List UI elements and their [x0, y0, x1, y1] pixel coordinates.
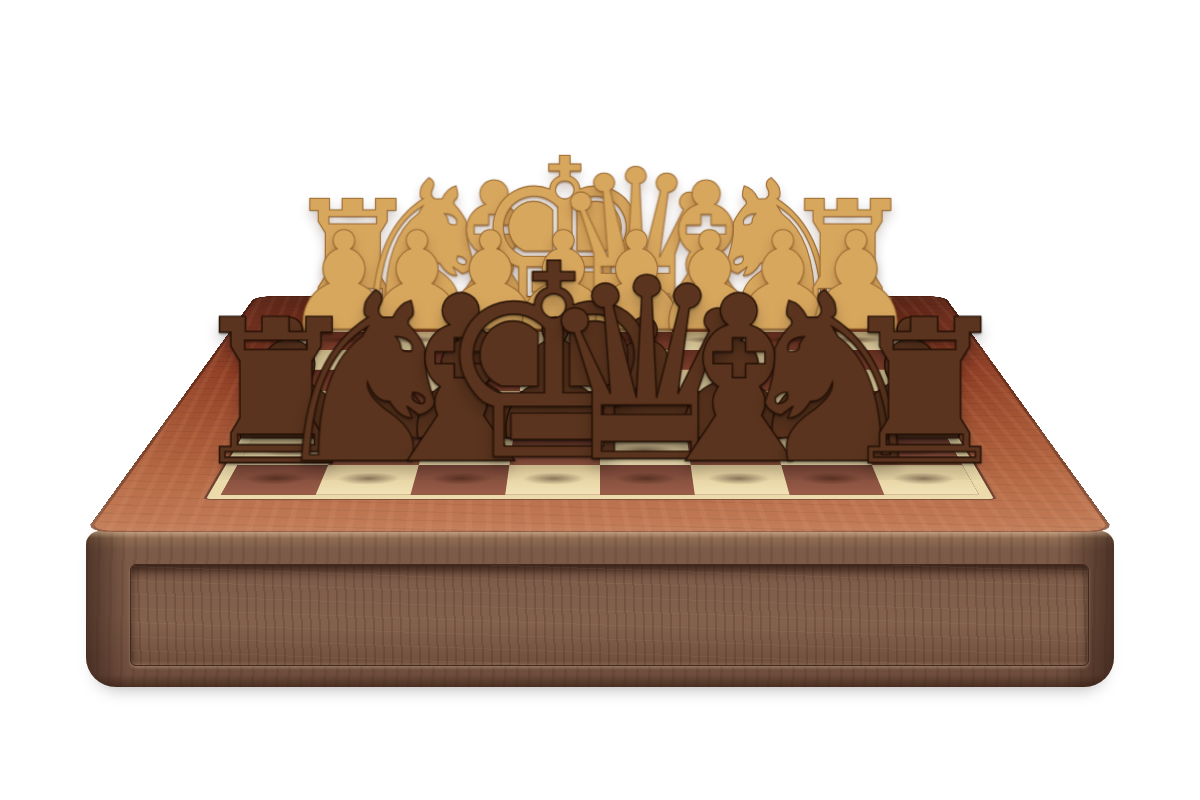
storage-drawer — [130, 564, 1089, 666]
chess-board: ♜♞♝♚♛♝♞♜♟♟♟♟♟♟♟♟♟♟♟♟♟♟♟♟♜♞♝♚♛♝♞♜ — [85, 296, 1115, 532]
black-rook-glyph: ♜ — [835, 294, 1014, 494]
piece-black-rook: ♜ — [822, 192, 1026, 479]
pieces-layer: ♜♞♝♚♛♝♞♜♟♟♟♟♟♟♟♟♟♟♟♟♟♟♟♟♜♞♝♚♛♝♞♜ — [85, 296, 1115, 532]
product-photo-stage: ♜♞♝♚♛♝♞♜♟♟♟♟♟♟♟♟♟♟♟♟♟♟♟♟♜♞♝♚♛♝♞♜ — [0, 0, 1200, 800]
storage-box-front — [86, 531, 1114, 687]
